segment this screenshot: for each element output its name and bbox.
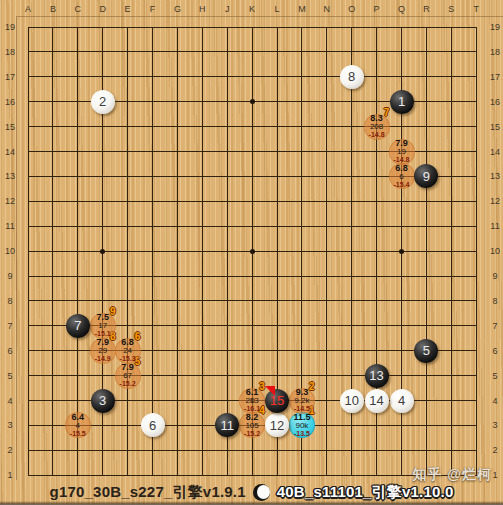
move-number: 5: [414, 339, 438, 363]
stone-white-4: 4: [390, 389, 414, 413]
row-label-right: 3: [487, 419, 503, 431]
stone-black-5: 5: [414, 339, 438, 363]
visits-value: 24: [123, 347, 132, 355]
row-label-left: 2: [2, 444, 18, 456]
row-label-right: 19: [487, 21, 503, 33]
visits-value: 17: [98, 322, 107, 330]
grid-line-horizontal: [28, 276, 477, 277]
score-value: -13.5: [294, 430, 310, 438]
move-number: 8: [340, 65, 364, 89]
grid-line-vertical: [451, 27, 452, 476]
column-label: T: [469, 3, 483, 15]
candidate-stats: 6.86-15.4: [386, 164, 418, 189]
row-label-right: 11: [487, 220, 503, 232]
row-label-right: 2: [487, 444, 503, 456]
visits-value: 213: [245, 397, 258, 405]
stone-white-2: 2: [91, 90, 115, 114]
stone-white-8: 8: [340, 65, 364, 89]
score-value: -14.8: [369, 131, 385, 139]
move-number: 12: [265, 413, 289, 437]
grid-line-horizontal: [28, 375, 477, 376]
visits-value: 29: [98, 347, 107, 355]
move-number: 4: [390, 389, 414, 413]
column-label: A: [21, 3, 35, 15]
move-number: 10: [340, 389, 364, 413]
star-point: [250, 249, 255, 254]
candidate-stats: 6.44-15.5: [62, 413, 94, 438]
column-label: F: [146, 3, 160, 15]
stone-white-14: 14: [365, 389, 389, 413]
stone-icon-white-part: [257, 485, 270, 499]
score-value: -14.5: [294, 405, 310, 413]
grid-line-vertical: [227, 27, 228, 476]
candidate-stats: 7.919-14.8: [386, 139, 418, 164]
score-value: -14.9: [95, 355, 111, 363]
score-value: -15.1: [95, 330, 111, 338]
column-label: S: [444, 3, 458, 15]
column-label: G: [170, 3, 184, 15]
column-label: N: [320, 3, 334, 15]
row-label-right: 5: [487, 370, 503, 382]
score-value: -15.2: [120, 380, 136, 388]
candidate-rank-label: 6: [132, 331, 144, 343]
row-label-right: 10: [487, 245, 503, 257]
grid-line-vertical: [127, 27, 128, 476]
row-label-right: 14: [487, 146, 503, 158]
row-label-left: 14: [2, 146, 18, 158]
grid-line-vertical: [52, 27, 53, 476]
watermark: 知乎 @烂柯: [412, 466, 492, 484]
grid-line-vertical: [152, 27, 153, 476]
move-number: 9: [414, 164, 438, 188]
column-label: P: [370, 3, 384, 15]
grid-line-vertical: [426, 27, 427, 476]
stone-black-13: 13: [365, 364, 389, 388]
grid-line-horizontal: [28, 300, 477, 301]
row-label-left: 5: [2, 370, 18, 382]
stone-black-9: 9: [414, 164, 438, 188]
row-label-left: 19: [2, 21, 18, 33]
column-label: J: [220, 3, 234, 15]
grid-line-vertical: [476, 27, 477, 476]
row-label-left: 18: [2, 46, 18, 58]
visits-value: 9.2k: [294, 397, 309, 405]
stone-black-11: 11: [215, 413, 239, 437]
stone-black-1: 1: [390, 90, 414, 114]
white-engine-label: g170_30B_s227_引擎v1.9.1: [50, 483, 246, 502]
board-top-edge: [17, 16, 503, 17]
score-value: -15.2: [244, 430, 260, 438]
visits-value: 208: [370, 123, 383, 131]
move-number: 1: [390, 90, 414, 114]
row-label-left: 15: [2, 121, 18, 133]
row-label-left: 8: [2, 295, 18, 307]
column-label: M: [295, 3, 309, 15]
move-number: 6: [141, 413, 165, 437]
column-label: O: [345, 3, 359, 15]
candidate-rank-label: 2: [306, 381, 318, 393]
black-white-stone-icon: [253, 484, 270, 501]
grid-line-horizontal: [28, 51, 477, 52]
move-number: 14: [365, 389, 389, 413]
score-value: -15.4: [394, 181, 410, 189]
column-label: D: [96, 3, 110, 15]
row-label-left: 13: [2, 170, 18, 182]
row-label-left: 17: [2, 71, 18, 83]
column-label: R: [419, 3, 433, 15]
row-label-right: 18: [487, 46, 503, 58]
star-point: [250, 99, 255, 104]
grid-line-vertical: [326, 27, 327, 476]
grid-line-horizontal: [28, 450, 477, 451]
row-label-right: 15: [487, 121, 503, 133]
row-label-left: 11: [2, 220, 18, 232]
grid-line-vertical: [202, 27, 203, 476]
move-number: 3: [91, 389, 115, 413]
visits-value: 105: [245, 422, 258, 430]
column-label: Q: [395, 3, 409, 15]
grid-line-vertical: [28, 27, 29, 476]
move-number: 11: [215, 413, 239, 437]
row-label-left: 12: [2, 195, 18, 207]
row-label-right: 17: [487, 71, 503, 83]
visits-value: 6: [399, 173, 403, 181]
row-label-right: 4: [487, 395, 503, 407]
grid-line-horizontal: [28, 201, 477, 202]
window-bottom-edge: [0, 501, 503, 505]
column-label: E: [121, 3, 135, 15]
grid-line-horizontal: [28, 475, 477, 476]
candidate-rank-label: 9: [107, 306, 119, 318]
row-label-left: 1: [2, 469, 18, 481]
row-label-right: 8: [487, 295, 503, 307]
row-label-right: 9: [487, 270, 503, 282]
visits-value: 90k: [295, 422, 308, 430]
stone-black-7: 7: [66, 314, 90, 338]
grid-line-horizontal: [28, 76, 477, 77]
grid-line-horizontal: [28, 126, 477, 127]
row-label-right: 12: [487, 195, 503, 207]
black-engine-label: 40B_s11101_引擎v1.10.0: [277, 483, 454, 502]
row-label-left: 9: [2, 270, 18, 282]
move-number: 7: [66, 314, 90, 338]
row-label-left: 7: [2, 320, 18, 332]
column-label: K: [245, 3, 259, 15]
star-point: [100, 249, 105, 254]
move-number: 15: [265, 389, 289, 413]
stone-black-15: 15: [265, 389, 289, 413]
visits-value: 4: [76, 422, 80, 430]
score-value: -15.5: [70, 430, 86, 438]
engine-info-bar: g170_30B_s227_引擎v1.9.1 40B_s11101_引擎v1.1…: [0, 482, 503, 502]
row-label-right: 7: [487, 320, 503, 332]
grid-line-vertical: [77, 27, 78, 476]
row-label-left: 4: [2, 395, 18, 407]
move-number: 13: [365, 364, 389, 388]
row-label-left: 16: [2, 96, 18, 108]
row-label-right: 6: [487, 345, 503, 357]
stone-white-6: 6: [141, 413, 165, 437]
visits-value: 19: [397, 148, 406, 156]
row-label-left: 3: [2, 419, 18, 431]
column-label: L: [270, 3, 284, 15]
move-number: 2: [91, 90, 115, 114]
row-label-left: 10: [2, 245, 18, 257]
go-analysis-screenshot: ABCDEFGHJKLMNOPQRST 19181716151413121110…: [0, 0, 503, 505]
grid-line-vertical: [177, 27, 178, 476]
row-label-left: 6: [2, 345, 18, 357]
grid-line-horizontal: [28, 226, 477, 227]
column-label: C: [71, 3, 85, 15]
row-label-right: 16: [487, 96, 503, 108]
row-label-right: 13: [487, 170, 503, 182]
star-point: [399, 249, 404, 254]
stone-white-12: 12: [265, 413, 289, 437]
score-value: -15.3: [120, 355, 136, 363]
column-label: H: [195, 3, 209, 15]
stone-white-10: 10: [340, 389, 364, 413]
stone-black-3: 3: [91, 389, 115, 413]
grid-line-horizontal: [28, 27, 477, 28]
visits-value: 67: [123, 372, 132, 380]
column-label: B: [46, 3, 60, 15]
